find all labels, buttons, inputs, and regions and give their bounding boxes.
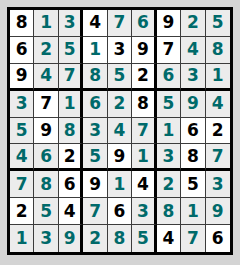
cell-r9c7[interactable]: 4 [157,225,181,252]
cell-r6c6[interactable]: 1 [132,144,156,171]
cell-r4c1[interactable]: 3 [10,91,34,118]
cell-r3c2[interactable]: 4 [34,64,58,91]
cell-r9c6[interactable]: 5 [132,225,156,252]
cell-r9c9[interactable]: 6 [206,225,230,252]
cell-r5c9[interactable]: 2 [206,118,230,145]
cell-r6c3[interactable]: 2 [59,144,83,171]
cell-r4c7[interactable]: 5 [157,91,181,118]
cell-r3c5[interactable]: 5 [108,64,132,91]
cell-r8c1[interactable]: 2 [10,198,34,225]
cell-r8c5[interactable]: 6 [108,198,132,225]
cell-r5c1[interactable]: 5 [10,118,34,145]
cell-r7c2[interactable]: 8 [34,171,58,198]
cell-r9c1[interactable]: 1 [10,225,34,252]
cell-r7c3[interactable]: 6 [59,171,83,198]
cell-r6c7[interactable]: 3 [157,144,181,171]
cell-r8c9[interactable]: 9 [206,198,230,225]
cell-r4c6[interactable]: 8 [132,91,156,118]
cell-r5c5[interactable]: 4 [108,118,132,145]
cell-r2c9[interactable]: 8 [206,37,230,64]
cell-r3c6[interactable]: 2 [132,64,156,91]
cell-r6c1[interactable]: 4 [10,144,34,171]
cell-r3c8[interactable]: 3 [181,64,205,91]
cell-r4c5[interactable]: 2 [108,91,132,118]
cell-r3c7[interactable]: 6 [157,64,181,91]
cell-r8c7[interactable]: 8 [157,198,181,225]
cell-r8c8[interactable]: 1 [181,198,205,225]
cell-r2c7[interactable]: 7 [157,37,181,64]
cell-r5c2[interactable]: 9 [34,118,58,145]
cell-r7c4[interactable]: 9 [83,171,107,198]
cell-r7c5[interactable]: 1 [108,171,132,198]
cell-r7c8[interactable]: 5 [181,171,205,198]
cell-r7c7[interactable]: 2 [157,171,181,198]
cell-r1c6[interactable]: 6 [132,10,156,37]
cell-r5c8[interactable]: 6 [181,118,205,145]
cell-r2c3[interactable]: 5 [59,37,83,64]
cell-r2c5[interactable]: 3 [108,37,132,64]
cell-r8c2[interactable]: 5 [34,198,58,225]
cell-r1c3[interactable]: 3 [59,10,83,37]
cell-r1c1[interactable]: 8 [10,10,34,37]
cell-r1c8[interactable]: 2 [181,10,205,37]
cell-r8c4[interactable]: 7 [83,198,107,225]
cell-r3c9[interactable]: 1 [206,64,230,91]
cell-r2c2[interactable]: 2 [34,37,58,64]
cell-r5c4[interactable]: 3 [83,118,107,145]
cell-r1c9[interactable]: 5 [206,10,230,37]
cell-r4c9[interactable]: 4 [206,91,230,118]
sudoku-board: 8134769256251397489478526313716285945983… [7,7,233,255]
cell-r3c4[interactable]: 8 [83,64,107,91]
cell-r6c2[interactable]: 6 [34,144,58,171]
cell-r4c3[interactable]: 1 [59,91,83,118]
cell-r6c8[interactable]: 8 [181,144,205,171]
cell-r1c5[interactable]: 7 [108,10,132,37]
cell-r7c9[interactable]: 3 [206,171,230,198]
cell-r3c1[interactable]: 9 [10,64,34,91]
cell-r1c2[interactable]: 1 [34,10,58,37]
cell-r6c9[interactable]: 7 [206,144,230,171]
cell-r6c5[interactable]: 9 [108,144,132,171]
cell-r1c4[interactable]: 4 [83,10,107,37]
cell-r9c3[interactable]: 9 [59,225,83,252]
cell-r9c4[interactable]: 2 [83,225,107,252]
cell-r6c4[interactable]: 5 [83,144,107,171]
cell-r4c2[interactable]: 7 [34,91,58,118]
cell-r9c5[interactable]: 8 [108,225,132,252]
cell-r7c6[interactable]: 4 [132,171,156,198]
cell-r1c7[interactable]: 9 [157,10,181,37]
cell-r5c3[interactable]: 8 [59,118,83,145]
cell-r9c8[interactable]: 7 [181,225,205,252]
board-frame: 8134769256251397489478526313716285945983… [0,0,240,265]
cell-r3c3[interactable]: 7 [59,64,83,91]
cell-r2c8[interactable]: 4 [181,37,205,64]
cell-r2c4[interactable]: 1 [83,37,107,64]
cell-r2c6[interactable]: 9 [132,37,156,64]
cell-r4c8[interactable]: 9 [181,91,205,118]
cell-r9c2[interactable]: 3 [34,225,58,252]
cell-r7c1[interactable]: 7 [10,171,34,198]
cell-r2c1[interactable]: 6 [10,37,34,64]
cell-r8c6[interactable]: 3 [132,198,156,225]
cell-r5c7[interactable]: 1 [157,118,181,145]
cell-r8c3[interactable]: 4 [59,198,83,225]
cell-r4c4[interactable]: 6 [83,91,107,118]
cell-r5c6[interactable]: 7 [132,118,156,145]
